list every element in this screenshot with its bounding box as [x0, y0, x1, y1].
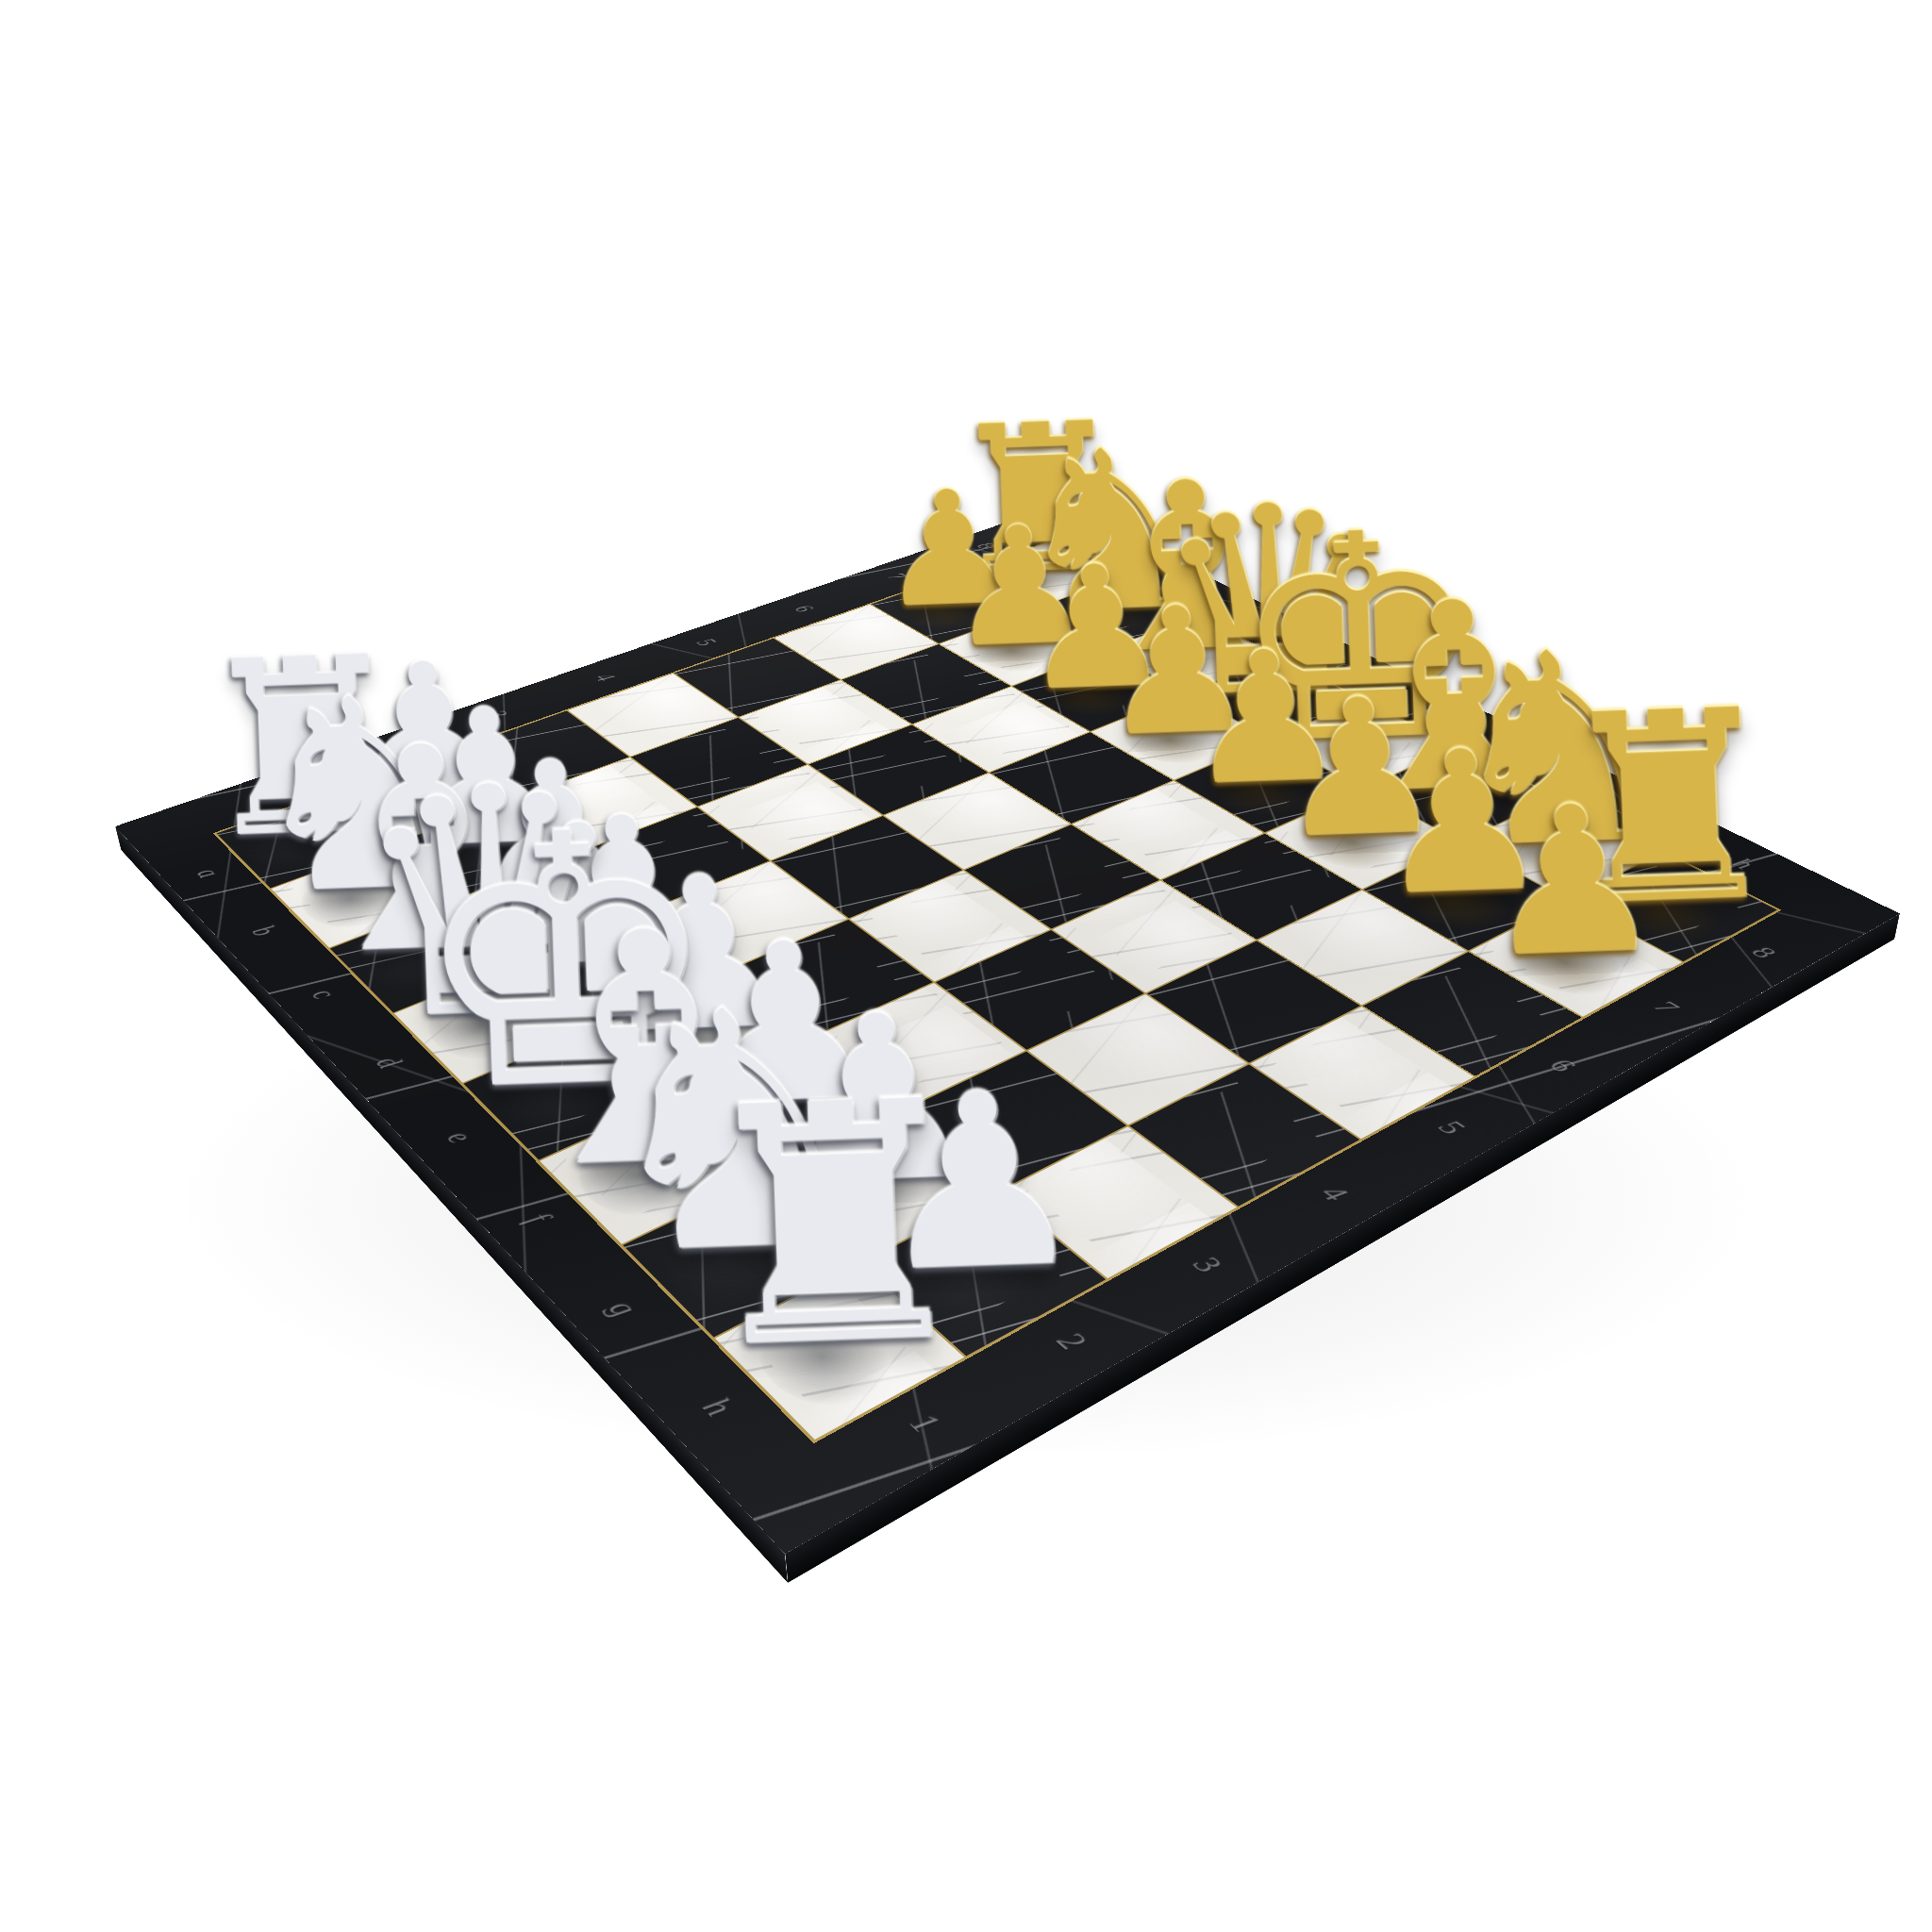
- file-label-d-near: d: [368, 1051, 409, 1073]
- file-label-b-near: b: [244, 922, 283, 941]
- rank-label-2-right: 2: [1048, 1326, 1094, 1357]
- piece-black-pawn-h7[interactable]: ♟: [1478, 777, 1667, 986]
- product-photo: aabbccddeeffgghh1122334455667788 ♜♞♝♛♚♝♞…: [0, 0, 1932, 1932]
- file-label-e-near: e: [439, 1125, 481, 1148]
- rank-label-3-right: 3: [1185, 1251, 1229, 1278]
- rank-label-6-left: 6: [789, 603, 819, 615]
- file-label-f-near: f: [517, 1207, 558, 1229]
- rank-label-1-right: 1: [901, 1407, 950, 1440]
- file-label-h-near: h: [693, 1391, 742, 1422]
- rank-label-4-right: 4: [1312, 1181, 1355, 1207]
- rank-label-5-right: 5: [1432, 1115, 1473, 1139]
- rank-label-7-right: 7: [1647, 997, 1685, 1018]
- rank-label-5-left: 5: [691, 636, 722, 648]
- file-label-c-near: c: [304, 984, 343, 1004]
- piece-white-rook-h1[interactable]: ♜: [682, 1058, 987, 1395]
- rank-label-4-left: 4: [588, 671, 620, 684]
- file-label-a-near: a: [190, 864, 227, 881]
- rank-label-6-right: 6: [1542, 1054, 1581, 1076]
- rank-label-8-right: 8: [1745, 942, 1781, 962]
- file-label-g-near: g: [600, 1293, 647, 1322]
